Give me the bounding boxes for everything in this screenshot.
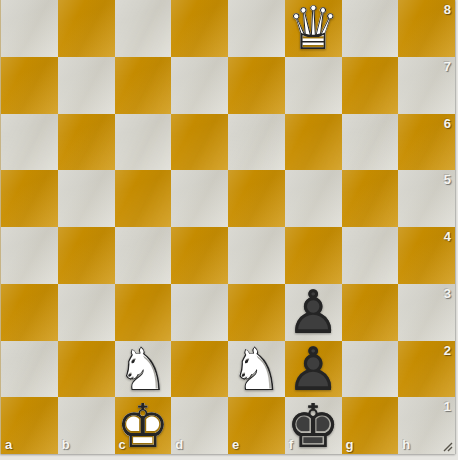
- white-queen-f8[interactable]: ♛♕: [285, 0, 342, 57]
- square-g2[interactable]: [342, 341, 399, 398]
- king-glyph-outline: ♔: [285, 397, 342, 454]
- page: ♛♕87654♟♙3♞♘♞♘♟♙2abc♚♔def♚♔g1h: [0, 0, 458, 460]
- square-a1[interactable]: a: [1, 397, 58, 454]
- square-c1[interactable]: c♚♔: [115, 397, 172, 454]
- square-d7[interactable]: [171, 57, 228, 114]
- square-e8[interactable]: [228, 0, 285, 57]
- file-label-e: e: [232, 438, 239, 451]
- black-pawn-f3[interactable]: ♟♙: [285, 284, 342, 341]
- square-e6[interactable]: [228, 114, 285, 171]
- file-label-d: d: [175, 438, 183, 451]
- square-b8[interactable]: [58, 0, 115, 57]
- square-b1[interactable]: b: [58, 397, 115, 454]
- square-h6[interactable]: 6: [398, 114, 455, 171]
- square-g3[interactable]: [342, 284, 399, 341]
- pawn-glyph-outline: ♙: [285, 284, 342, 341]
- square-d5[interactable]: [171, 170, 228, 227]
- black-pawn-f2[interactable]: ♟♙: [285, 341, 342, 398]
- rank-label-2: 2: [444, 344, 451, 357]
- square-c2[interactable]: ♞♘: [115, 341, 172, 398]
- square-a8[interactable]: [1, 0, 58, 57]
- knight-glyph-outline: ♘: [228, 341, 285, 398]
- square-e7[interactable]: [228, 57, 285, 114]
- rank-label-3: 3: [444, 287, 451, 300]
- square-g6[interactable]: [342, 114, 399, 171]
- square-c6[interactable]: [115, 114, 172, 171]
- white-king-c1[interactable]: ♚♔: [115, 397, 172, 454]
- square-e5[interactable]: [228, 170, 285, 227]
- square-d8[interactable]: [171, 0, 228, 57]
- square-h4[interactable]: 4: [398, 227, 455, 284]
- white-knight-e2[interactable]: ♞♘: [228, 341, 285, 398]
- square-h2[interactable]: 2: [398, 341, 455, 398]
- square-b4[interactable]: [58, 227, 115, 284]
- square-f8[interactable]: ♛♕: [285, 0, 342, 57]
- square-b7[interactable]: [58, 57, 115, 114]
- square-f6[interactable]: [285, 114, 342, 171]
- rank-label-8: 8: [444, 3, 451, 16]
- king-glyph-outline: ♔: [115, 397, 172, 454]
- square-d6[interactable]: [171, 114, 228, 171]
- pawn-glyph-outline: ♙: [285, 341, 342, 398]
- rank-label-4: 4: [444, 230, 451, 243]
- square-f5[interactable]: [285, 170, 342, 227]
- square-f1[interactable]: f♚♔: [285, 397, 342, 454]
- square-a4[interactable]: [1, 227, 58, 284]
- square-f2[interactable]: ♟♙: [285, 341, 342, 398]
- square-e4[interactable]: [228, 227, 285, 284]
- square-a5[interactable]: [1, 170, 58, 227]
- rank-label-5: 5: [444, 173, 451, 186]
- square-f7[interactable]: [285, 57, 342, 114]
- file-label-a: a: [5, 438, 12, 451]
- square-a6[interactable]: [1, 114, 58, 171]
- square-h7[interactable]: 7: [398, 57, 455, 114]
- square-b5[interactable]: [58, 170, 115, 227]
- square-g7[interactable]: [342, 57, 399, 114]
- square-g1[interactable]: g: [342, 397, 399, 454]
- square-e1[interactable]: e: [228, 397, 285, 454]
- square-e3[interactable]: [228, 284, 285, 341]
- file-label-h: h: [402, 438, 410, 451]
- square-a7[interactable]: [1, 57, 58, 114]
- square-d2[interactable]: [171, 341, 228, 398]
- square-f3[interactable]: ♟♙: [285, 284, 342, 341]
- rank-label-6: 6: [444, 117, 451, 130]
- square-b6[interactable]: [58, 114, 115, 171]
- square-h1[interactable]: 1h: [398, 397, 455, 454]
- square-a3[interactable]: [1, 284, 58, 341]
- square-b2[interactable]: [58, 341, 115, 398]
- square-g5[interactable]: [342, 170, 399, 227]
- square-c5[interactable]: [115, 170, 172, 227]
- rank-label-1: 1: [444, 400, 451, 413]
- square-a2[interactable]: [1, 341, 58, 398]
- square-h5[interactable]: 5: [398, 170, 455, 227]
- square-b3[interactable]: [58, 284, 115, 341]
- square-c3[interactable]: [115, 284, 172, 341]
- queen-glyph-outline: ♕: [285, 0, 342, 57]
- file-label-g: g: [346, 438, 354, 451]
- square-f4[interactable]: [285, 227, 342, 284]
- square-c7[interactable]: [115, 57, 172, 114]
- square-g8[interactable]: [342, 0, 399, 57]
- file-label-b: b: [62, 438, 70, 451]
- square-d1[interactable]: d: [171, 397, 228, 454]
- knight-glyph-outline: ♘: [115, 341, 172, 398]
- square-h3[interactable]: 3: [398, 284, 455, 341]
- square-d3[interactable]: [171, 284, 228, 341]
- square-e2[interactable]: ♞♘: [228, 341, 285, 398]
- square-d4[interactable]: [171, 227, 228, 284]
- chess-board: ♛♕87654♟♙3♞♘♞♘♟♙2abc♚♔def♚♔g1h: [0, 0, 455, 454]
- white-knight-c2[interactable]: ♞♘: [115, 341, 172, 398]
- square-c8[interactable]: [115, 0, 172, 57]
- rank-label-7: 7: [444, 60, 451, 73]
- black-king-f1[interactable]: ♚♔: [285, 397, 342, 454]
- resize-handle-icon[interactable]: [441, 440, 453, 452]
- square-g4[interactable]: [342, 227, 399, 284]
- square-c4[interactable]: [115, 227, 172, 284]
- square-h8[interactable]: 8: [398, 0, 455, 57]
